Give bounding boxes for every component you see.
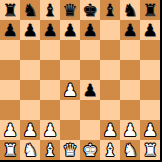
square-f1[interactable]: ♝: [100, 140, 120, 160]
square-b6[interactable]: [20, 40, 40, 60]
square-h5[interactable]: [140, 60, 160, 80]
square-g4[interactable]: [120, 80, 140, 100]
piece-white-pawn[interactable]: ♟: [102, 120, 117, 140]
square-a2[interactable]: ♟: [0, 120, 20, 140]
piece-black-bishop[interactable]: ♝: [42, 0, 57, 20]
piece-black-pawn[interactable]: ♟: [42, 20, 57, 40]
square-b4[interactable]: [20, 80, 40, 100]
square-f4[interactable]: [100, 80, 120, 100]
square-d6[interactable]: [60, 40, 80, 60]
square-d4[interactable]: ♟: [60, 80, 80, 100]
square-g5[interactable]: [120, 60, 140, 80]
square-e4[interactable]: ♟: [80, 80, 100, 100]
piece-black-knight[interactable]: ♞: [22, 0, 37, 20]
piece-black-rook[interactable]: ♜: [142, 0, 157, 20]
square-e3[interactable]: [80, 100, 100, 120]
square-f8[interactable]: ♝: [100, 0, 120, 20]
square-c3[interactable]: [40, 100, 60, 120]
square-a6[interactable]: [0, 40, 20, 60]
piece-white-king[interactable]: ♚: [82, 140, 97, 160]
piece-white-bishop[interactable]: ♝: [102, 140, 117, 160]
piece-white-queen[interactable]: ♛: [62, 140, 77, 160]
square-f7[interactable]: [100, 20, 120, 40]
square-c2[interactable]: ♟: [40, 120, 60, 140]
square-d2[interactable]: [60, 120, 80, 140]
piece-black-bishop[interactable]: ♝: [102, 0, 117, 20]
square-h3[interactable]: [140, 100, 160, 120]
square-g8[interactable]: ♞: [120, 0, 140, 20]
square-c5[interactable]: [40, 60, 60, 80]
piece-black-king[interactable]: ♚: [82, 0, 97, 20]
piece-white-rook[interactable]: ♜: [142, 140, 157, 160]
square-g1[interactable]: ♞: [120, 140, 140, 160]
square-d8[interactable]: ♛: [60, 0, 80, 20]
square-c1[interactable]: ♝: [40, 140, 60, 160]
piece-white-pawn[interactable]: ♟: [122, 120, 137, 140]
piece-black-queen[interactable]: ♛: [62, 0, 77, 20]
square-b3[interactable]: [20, 100, 40, 120]
square-h1[interactable]: ♜: [140, 140, 160, 160]
piece-black-pawn[interactable]: ♟: [82, 20, 97, 40]
square-e7[interactable]: ♟: [80, 20, 100, 40]
square-b8[interactable]: ♞: [20, 0, 40, 20]
square-h8[interactable]: ♜: [140, 0, 160, 20]
square-h4[interactable]: [140, 80, 160, 100]
square-c4[interactable]: [40, 80, 60, 100]
square-d7[interactable]: ♟: [60, 20, 80, 40]
square-e8[interactable]: ♚: [80, 0, 100, 20]
piece-white-knight[interactable]: ♞: [122, 140, 137, 160]
square-b2[interactable]: ♟: [20, 120, 40, 140]
square-d1[interactable]: ♛: [60, 140, 80, 160]
square-h2[interactable]: ♟: [140, 120, 160, 140]
piece-black-pawn[interactable]: ♟: [82, 80, 97, 100]
chess-board: ♜♞♝♛♚♝♞♜♟♟♟♟♟♟♟♟♟♟♟♟♟♟♟♜♞♝♛♚♝♞♜: [0, 0, 162, 162]
piece-white-pawn[interactable]: ♟: [22, 120, 37, 140]
piece-white-pawn[interactable]: ♟: [42, 120, 57, 140]
square-c6[interactable]: [40, 40, 60, 60]
square-a7[interactable]: ♟: [0, 20, 20, 40]
square-a1[interactable]: ♜: [0, 140, 20, 160]
square-c8[interactable]: ♝: [40, 0, 60, 20]
square-c7[interactable]: ♟: [40, 20, 60, 40]
piece-black-pawn[interactable]: ♟: [142, 20, 157, 40]
square-e1[interactable]: ♚: [80, 140, 100, 160]
piece-white-pawn[interactable]: ♟: [2, 120, 17, 140]
square-a8[interactable]: ♜: [0, 0, 20, 20]
piece-black-pawn[interactable]: ♟: [22, 20, 37, 40]
square-f6[interactable]: [100, 40, 120, 60]
square-b5[interactable]: [20, 60, 40, 80]
piece-black-pawn[interactable]: ♟: [2, 20, 17, 40]
square-g2[interactable]: ♟: [120, 120, 140, 140]
square-g3[interactable]: [120, 100, 140, 120]
square-d3[interactable]: [60, 100, 80, 120]
square-e2[interactable]: [80, 120, 100, 140]
piece-white-pawn[interactable]: ♟: [62, 80, 77, 100]
piece-black-knight[interactable]: ♞: [122, 0, 137, 20]
square-b1[interactable]: ♞: [20, 140, 40, 160]
square-g7[interactable]: ♟: [120, 20, 140, 40]
piece-white-pawn[interactable]: ♟: [142, 120, 157, 140]
square-a5[interactable]: [0, 60, 20, 80]
square-a3[interactable]: [0, 100, 20, 120]
square-f3[interactable]: [100, 100, 120, 120]
square-e5[interactable]: [80, 60, 100, 80]
square-b7[interactable]: ♟: [20, 20, 40, 40]
square-f5[interactable]: [100, 60, 120, 80]
piece-black-rook[interactable]: ♜: [2, 0, 17, 20]
square-f2[interactable]: ♟: [100, 120, 120, 140]
piece-black-pawn[interactable]: ♟: [62, 20, 77, 40]
piece-black-pawn[interactable]: ♟: [122, 20, 137, 40]
piece-white-bishop[interactable]: ♝: [42, 140, 57, 160]
square-g6[interactable]: [120, 40, 140, 60]
square-d5[interactable]: [60, 60, 80, 80]
square-e6[interactable]: [80, 40, 100, 60]
piece-white-knight[interactable]: ♞: [22, 140, 37, 160]
piece-white-rook[interactable]: ♜: [2, 140, 17, 160]
square-h7[interactable]: ♟: [140, 20, 160, 40]
square-a4[interactable]: [0, 80, 20, 100]
square-h6[interactable]: [140, 40, 160, 60]
